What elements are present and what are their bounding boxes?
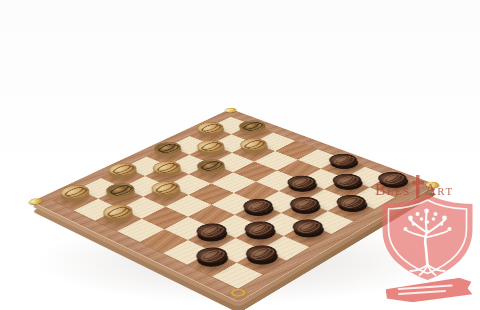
checker-light: ⛀ <box>55 183 95 202</box>
brass-hinge-icon <box>222 107 238 114</box>
brass-hinge-icon <box>26 197 44 206</box>
brass-grommet-icon <box>228 287 249 298</box>
square-r1c1: ⛀ <box>53 189 98 210</box>
product-photo-scene: ⛀⛀⛀⛀⛀⛀⛀⛀⛀⛀⛀⛀⛂⛂⛂⛂⛂⛂⛂⛂⛂⛂⛂⛂ B LES A RT <box>0 0 480 310</box>
square-r4c6 <box>233 162 277 182</box>
checker-dark: ⛂ <box>237 196 278 216</box>
checker-dark: ⛂ <box>331 192 372 211</box>
checker-dark: ⛂ <box>324 151 363 168</box>
checker-dark: ⛂ <box>373 169 413 187</box>
square-r3c1: ⛀ <box>95 209 142 232</box>
brand-letters: RT <box>437 185 453 198</box>
brass-hinge-icon <box>423 180 441 189</box>
checker-light: ⛀ <box>234 118 271 134</box>
